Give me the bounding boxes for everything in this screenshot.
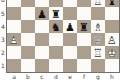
piece-wR-g6[interactable]: ♖	[91, 0, 105, 7]
file-label-d: d	[49, 73, 63, 80]
file-label-h: h	[105, 73, 119, 80]
piece-wR-g6-fill: ♜	[91, 0, 105, 7]
square-b1[interactable]	[21, 59, 35, 72]
square-d6[interactable]	[49, 0, 63, 7]
square-f3[interactable]	[77, 33, 91, 46]
file-labels: abcdefgh	[0, 73, 120, 80]
square-h3[interactable]: ♟♙	[105, 33, 119, 46]
file-label-f: f	[77, 73, 91, 80]
square-g1[interactable]	[91, 59, 105, 72]
file-label-e: e	[63, 73, 77, 80]
square-a4[interactable]	[7, 20, 21, 33]
square-c3[interactable]	[35, 33, 49, 46]
file-label-c: c	[35, 73, 49, 80]
file-label-b: b	[21, 73, 35, 80]
board-row-4: ♞♟♜♝♗	[7, 20, 119, 33]
square-d3[interactable]	[49, 33, 63, 46]
square-b2[interactable]	[21, 46, 35, 59]
file-label-a: a	[7, 73, 21, 80]
square-c5[interactable]: ♟	[35, 7, 49, 20]
board: ♜♖♝♟♜♞♟♜♝♗♟♙♛♕♟♙♜♖♚♔	[6, 0, 120, 73]
piece-wP-a3[interactable]: ♙	[7, 35, 21, 46]
board-row-2: ♜♖♚♔	[7, 46, 119, 59]
board-row-5: ♟♜	[7, 7, 119, 20]
piece-wP-h3[interactable]: ♙	[105, 35, 119, 46]
square-a2[interactable]	[7, 46, 21, 59]
square-g6[interactable]: ♜♖	[91, 0, 105, 7]
board-row-6: ♜♖♝	[7, 0, 119, 7]
square-g5[interactable]	[91, 7, 105, 20]
piece-wK-h2-fill: ♚	[105, 48, 119, 59]
square-c4[interactable]	[35, 20, 49, 33]
square-h6[interactable]: ♝	[105, 0, 119, 7]
square-h2[interactable]: ♚♔	[105, 46, 119, 59]
chess-diagram: 654321 ♜♖♝♟♜♞♟♜♝♗♟♙♛♕♟♙♜♖♚♔ abcdefgh	[0, 0, 120, 80]
piece-bB-h6[interactable]: ♝	[105, 0, 119, 7]
square-d1[interactable]	[49, 59, 63, 72]
square-e5[interactable]	[63, 7, 77, 20]
square-f6[interactable]	[77, 0, 91, 7]
square-b3[interactable]	[21, 33, 35, 46]
piece-wB-g4-fill: ♝	[91, 22, 105, 33]
square-a5[interactable]	[7, 7, 21, 20]
piece-bP-e4[interactable]: ♟	[63, 22, 77, 33]
piece-wB-g4[interactable]: ♗	[91, 22, 105, 33]
piece-bR-f4[interactable]: ♜	[77, 22, 91, 33]
square-a3[interactable]: ♟♙	[7, 33, 21, 46]
square-f1[interactable]	[77, 59, 91, 72]
square-c2[interactable]	[35, 46, 49, 59]
square-b4[interactable]	[21, 20, 35, 33]
square-g2[interactable]: ♜♖	[91, 46, 105, 59]
square-d4[interactable]: ♞	[49, 20, 63, 33]
piece-wP-h3-fill: ♟	[105, 35, 119, 46]
piece-bP-c5[interactable]: ♟	[35, 9, 49, 20]
square-b6[interactable]	[21, 0, 35, 7]
square-e4[interactable]: ♟	[63, 20, 77, 33]
piece-wR-g2-fill: ♜	[91, 48, 105, 59]
square-g3[interactable]: ♛♕	[91, 33, 105, 46]
square-a6[interactable]	[7, 0, 21, 7]
piece-wQ-g3[interactable]: ♕	[91, 35, 105, 46]
square-e1[interactable]	[63, 59, 77, 72]
piece-bN-d4[interactable]: ♞	[49, 22, 63, 33]
square-d5[interactable]: ♜	[49, 7, 63, 20]
square-a1[interactable]	[7, 59, 21, 72]
board-area: 654321 ♜♖♝♟♜♞♟♜♝♗♟♙♛♕♟♙♜♖♚♔	[0, 0, 120, 73]
square-e6[interactable]	[63, 0, 77, 7]
piece-wK-h2[interactable]: ♔	[105, 48, 119, 59]
piece-wQ-g3-fill: ♛	[91, 35, 105, 46]
square-h4[interactable]	[105, 20, 119, 33]
piece-wP-a3-fill: ♟	[7, 35, 21, 46]
board-row-1	[7, 59, 119, 72]
piece-wR-g2[interactable]: ♖	[91, 48, 105, 59]
square-h1[interactable]	[105, 59, 119, 72]
square-f5[interactable]	[77, 7, 91, 20]
piece-bR-d5[interactable]: ♜	[49, 9, 63, 20]
board-row-3: ♟♙♛♕♟♙	[7, 33, 119, 46]
square-e2[interactable]	[63, 46, 77, 59]
square-h5[interactable]	[105, 7, 119, 20]
square-f4[interactable]: ♜	[77, 20, 91, 33]
square-d2[interactable]	[49, 46, 63, 59]
square-g4[interactable]: ♝♗	[91, 20, 105, 33]
square-e3[interactable]	[63, 33, 77, 46]
file-label-g: g	[91, 73, 105, 80]
square-b5[interactable]	[21, 7, 35, 20]
square-f2[interactable]	[77, 46, 91, 59]
square-c6[interactable]	[35, 0, 49, 7]
square-c1[interactable]	[35, 59, 49, 72]
